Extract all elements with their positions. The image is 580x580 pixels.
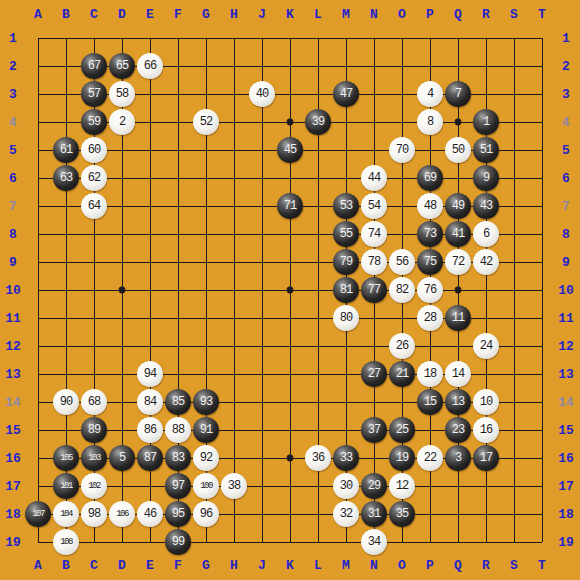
move-number: 30 (340, 480, 352, 492)
move-number: 87 (144, 452, 156, 464)
stone-black-63-B6: 63 (53, 165, 79, 191)
column-label-bottom-J: J (258, 559, 266, 572)
column-label-top-E: E (146, 8, 154, 21)
stone-white-72-Q9: 72 (445, 249, 471, 275)
move-number: 23 (452, 424, 464, 436)
move-number: 78 (368, 256, 380, 268)
move-number: 43 (480, 200, 492, 212)
stone-white-10-R14: 10 (473, 389, 499, 415)
move-number: 107 (32, 510, 44, 519)
move-number: 2 (119, 116, 125, 128)
move-number: 38 (228, 480, 240, 492)
move-number: 24 (480, 340, 492, 352)
stone-black-71-K7: 71 (277, 193, 303, 219)
move-number: 102 (88, 482, 100, 491)
column-label-bottom-R: R (482, 559, 490, 572)
row-label-left-4: 4 (9, 116, 17, 129)
column-label-top-T: T (538, 8, 546, 21)
stone-black-25-O15: 25 (389, 417, 415, 443)
move-number: 10 (480, 396, 492, 408)
row-label-left-7: 7 (9, 200, 17, 213)
stone-black-69-P6: 69 (417, 165, 443, 191)
stone-black-39-L4: 39 (305, 109, 331, 135)
move-number: 18 (424, 368, 436, 380)
move-number: 17 (480, 452, 492, 464)
stone-black-21-O13: 21 (389, 361, 415, 387)
column-label-bottom-O: O (398, 559, 406, 572)
stone-black-35-O18: 35 (389, 501, 415, 527)
stone-black-43-R7: 43 (473, 193, 499, 219)
move-number: 40 (256, 88, 268, 100)
stone-white-24-R12: 24 (473, 333, 499, 359)
move-number: 37 (368, 424, 380, 436)
column-label-bottom-M: M (342, 559, 350, 572)
stone-white-88-F15: 88 (165, 417, 191, 443)
stone-white-48-P7: 48 (417, 193, 443, 219)
move-number: 34 (368, 536, 380, 548)
stone-black-17-R16: 17 (473, 445, 499, 471)
move-number: 75 (424, 256, 436, 268)
column-label-bottom-Q: Q (454, 559, 462, 572)
move-number: 8 (427, 116, 433, 128)
stone-white-68-C14: 68 (81, 389, 107, 415)
stone-black-79-M9: 79 (333, 249, 359, 275)
stone-white-54-N7: 54 (361, 193, 387, 219)
stone-white-74-N8: 74 (361, 221, 387, 247)
move-number: 41 (452, 228, 464, 240)
move-number: 108 (60, 538, 72, 547)
move-number: 44 (368, 172, 380, 184)
stone-white-108-B19: 108 (53, 529, 79, 555)
row-label-left-8: 8 (9, 228, 17, 241)
stone-black-57-C3: 57 (81, 81, 107, 107)
move-number: 99 (172, 536, 184, 548)
move-number: 21 (396, 368, 408, 380)
stone-black-91-G15: 91 (193, 417, 219, 443)
stone-white-94-E13: 94 (137, 361, 163, 387)
row-label-right-19: 19 (558, 536, 574, 549)
column-label-bottom-G: G (202, 559, 210, 572)
move-number: 70 (396, 144, 408, 156)
stone-white-106-D18: 106 (109, 501, 135, 527)
move-number: 91 (200, 424, 212, 436)
move-number: 13 (452, 396, 464, 408)
move-number: 14 (452, 368, 464, 380)
stone-black-29-N17: 29 (361, 473, 387, 499)
stone-white-52-G4: 52 (193, 109, 219, 135)
stone-white-56-O9: 56 (389, 249, 415, 275)
move-number: 61 (60, 144, 72, 156)
stone-black-11-Q11: 11 (445, 305, 471, 331)
move-number: 32 (340, 508, 352, 520)
move-number: 48 (424, 200, 436, 212)
row-label-left-11: 11 (5, 312, 21, 325)
column-label-bottom-S: S (510, 559, 518, 572)
row-label-right-16: 16 (558, 452, 574, 465)
move-number: 59 (88, 116, 100, 128)
move-number: 49 (452, 200, 464, 212)
move-number: 71 (284, 200, 296, 212)
move-number: 73 (424, 228, 436, 240)
column-label-bottom-H: H (230, 559, 238, 572)
column-label-top-B: B (62, 8, 70, 21)
stone-white-102-C17: 102 (81, 473, 107, 499)
row-label-right-17: 17 (558, 480, 574, 493)
move-number: 88 (172, 424, 184, 436)
stone-black-89-C15: 89 (81, 417, 107, 443)
stone-white-36-L16: 36 (305, 445, 331, 471)
stone-black-9-R6: 9 (473, 165, 499, 191)
move-number: 100 (200, 482, 212, 491)
column-label-bottom-K: K (286, 559, 294, 572)
row-label-right-13: 13 (558, 368, 574, 381)
move-number: 25 (396, 424, 408, 436)
column-label-bottom-B: B (62, 559, 70, 572)
column-label-top-O: O (398, 8, 406, 21)
stone-white-104-B18: 104 (53, 501, 79, 527)
column-label-bottom-E: E (146, 559, 154, 572)
column-label-bottom-L: L (314, 559, 322, 572)
row-label-right-5: 5 (562, 144, 570, 157)
move-number: 83 (172, 452, 184, 464)
stone-white-66-E2: 66 (137, 53, 163, 79)
stone-white-42-R9: 42 (473, 249, 499, 275)
column-label-top-F: F (174, 8, 182, 21)
move-number: 64 (88, 200, 100, 212)
move-number: 80 (340, 312, 352, 324)
stone-white-92-G16: 92 (193, 445, 219, 471)
move-number: 9 (483, 172, 489, 184)
row-label-right-6: 6 (562, 172, 570, 185)
move-number: 105 (60, 454, 72, 463)
column-label-top-M: M (342, 8, 350, 21)
row-label-right-18: 18 (558, 508, 574, 521)
stone-black-3-Q16: 3 (445, 445, 471, 471)
move-number: 15 (424, 396, 436, 408)
stone-white-30-M17: 30 (333, 473, 359, 499)
move-number: 55 (340, 228, 352, 240)
column-label-top-A: A (34, 8, 42, 21)
stone-black-41-Q8: 41 (445, 221, 471, 247)
stone-white-6-R8: 6 (473, 221, 499, 247)
move-number: 5 (119, 452, 125, 464)
move-number: 33 (340, 452, 352, 464)
move-number: 46 (144, 508, 156, 520)
stone-black-1-R4: 1 (473, 109, 499, 135)
stone-black-31-N18: 31 (361, 501, 387, 527)
stone-white-16-R15: 16 (473, 417, 499, 443)
column-label-top-P: P (426, 8, 434, 21)
move-number: 47 (340, 88, 352, 100)
move-number: 65 (116, 60, 128, 72)
row-label-right-2: 2 (562, 60, 570, 73)
column-label-top-R: R (482, 8, 490, 21)
move-number: 27 (368, 368, 380, 380)
stone-black-101-B17: 101 (53, 473, 79, 499)
stone-white-90-B14: 90 (53, 389, 79, 415)
stone-white-22-P16: 22 (417, 445, 443, 471)
stone-white-2-D4: 2 (109, 109, 135, 135)
row-label-right-9: 9 (562, 256, 570, 269)
stone-white-96-G18: 96 (193, 501, 219, 527)
stone-white-38-H17: 38 (221, 473, 247, 499)
stone-black-47-M3: 47 (333, 81, 359, 107)
move-number: 74 (368, 228, 380, 240)
move-number: 12 (396, 480, 408, 492)
move-number: 103 (88, 454, 100, 463)
move-number: 86 (144, 424, 156, 436)
row-label-right-11: 11 (558, 312, 574, 325)
move-number: 29 (368, 480, 380, 492)
go-board-diagram: 1234567891011121314151617181921222324252… (0, 0, 580, 580)
stone-black-77-N10: 77 (361, 277, 387, 303)
stone-black-85-F14: 85 (165, 389, 191, 415)
move-number: 62 (88, 172, 100, 184)
move-number: 16 (480, 424, 492, 436)
stone-black-93-G14: 93 (193, 389, 219, 415)
move-number: 45 (284, 144, 296, 156)
stone-white-58-D3: 58 (109, 81, 135, 107)
stone-white-50-Q5: 50 (445, 137, 471, 163)
stone-black-23-Q15: 23 (445, 417, 471, 443)
board-surface[interactable]: 1234567891011121314151617181921222324252… (24, 24, 556, 556)
stone-black-51-R5: 51 (473, 137, 499, 163)
stone-white-98-C18: 98 (81, 501, 107, 527)
move-number: 42 (480, 256, 492, 268)
column-label-bottom-A: A (34, 559, 42, 572)
stone-black-45-K5: 45 (277, 137, 303, 163)
move-number: 19 (396, 452, 408, 464)
column-label-top-C: C (90, 8, 98, 21)
row-label-left-6: 6 (9, 172, 17, 185)
move-number: 97 (172, 480, 184, 492)
stone-white-82-O10: 82 (389, 277, 415, 303)
column-label-bottom-F: F (174, 559, 182, 572)
row-label-left-5: 5 (9, 144, 17, 157)
move-number: 3 (455, 452, 461, 464)
stone-black-13-Q14: 13 (445, 389, 471, 415)
stone-black-15-P14: 15 (417, 389, 443, 415)
stone-black-53-M7: 53 (333, 193, 359, 219)
column-label-bottom-T: T (538, 559, 546, 572)
move-number: 58 (116, 88, 128, 100)
row-label-right-10: 10 (558, 284, 574, 297)
stone-black-19-O16: 19 (389, 445, 415, 471)
row-label-left-3: 3 (9, 88, 17, 101)
column-label-top-H: H (230, 8, 238, 21)
stone-black-99-F19: 99 (165, 529, 191, 555)
row-label-right-7: 7 (562, 200, 570, 213)
stone-black-73-P8: 73 (417, 221, 443, 247)
column-label-top-K: K (286, 8, 294, 21)
move-number: 28 (424, 312, 436, 324)
move-number: 11 (452, 312, 464, 324)
stone-white-40-J3: 40 (249, 81, 275, 107)
move-number: 53 (340, 200, 352, 212)
stone-white-84-E14: 84 (137, 389, 163, 415)
move-number: 63 (60, 172, 72, 184)
column-label-top-S: S (510, 8, 518, 21)
row-label-right-15: 15 (558, 424, 574, 437)
stone-black-27-N13: 27 (361, 361, 387, 387)
move-number: 60 (88, 144, 100, 156)
column-label-bottom-P: P (426, 559, 434, 572)
stone-black-49-Q7: 49 (445, 193, 471, 219)
column-label-top-J: J (258, 8, 266, 21)
stone-white-18-P13: 18 (417, 361, 443, 387)
row-label-left-1: 1 (9, 32, 17, 45)
move-number: 4 (427, 88, 433, 100)
move-number: 69 (424, 172, 436, 184)
move-number: 76 (424, 284, 436, 296)
move-number: 36 (312, 452, 324, 464)
move-number: 89 (88, 424, 100, 436)
move-number: 1 (483, 116, 489, 128)
move-number: 6 (483, 228, 489, 240)
stone-white-12-O17: 12 (389, 473, 415, 499)
move-number: 57 (88, 88, 100, 100)
column-label-top-G: G (202, 8, 210, 21)
row-label-left-19: 19 (5, 536, 21, 549)
move-number: 85 (172, 396, 184, 408)
stone-white-76-P10: 76 (417, 277, 443, 303)
column-label-bottom-C: C (90, 559, 98, 572)
row-label-right-14: 14 (558, 396, 574, 409)
move-number: 67 (88, 60, 100, 72)
move-number: 35 (396, 508, 408, 520)
stone-white-32-M18: 32 (333, 501, 359, 527)
stone-black-67-C2: 67 (81, 53, 107, 79)
move-number: 82 (396, 284, 408, 296)
move-number: 31 (368, 508, 380, 520)
stone-black-105-B16: 105 (53, 445, 79, 471)
move-number: 106 (116, 510, 128, 519)
stone-white-62-C6: 62 (81, 165, 107, 191)
move-number: 26 (396, 340, 408, 352)
move-number: 66 (144, 60, 156, 72)
stone-white-4-P3: 4 (417, 81, 443, 107)
row-label-left-9: 9 (9, 256, 17, 269)
move-number: 92 (200, 452, 212, 464)
move-number: 52 (200, 116, 212, 128)
stone-black-55-M8: 55 (333, 221, 359, 247)
stone-white-26-O12: 26 (389, 333, 415, 359)
stone-black-107-A18: 107 (25, 501, 51, 527)
stone-white-28-P11: 28 (417, 305, 443, 331)
stone-black-87-E16: 87 (137, 445, 163, 471)
row-label-left-14: 14 (5, 396, 21, 409)
stone-white-8-P4: 8 (417, 109, 443, 135)
move-number: 93 (200, 396, 212, 408)
stone-white-60-C5: 60 (81, 137, 107, 163)
stone-white-70-O5: 70 (389, 137, 415, 163)
move-number: 94 (144, 368, 156, 380)
stone-black-37-N15: 37 (361, 417, 387, 443)
move-number: 77 (368, 284, 380, 296)
stone-white-34-N19: 34 (361, 529, 387, 555)
stone-white-14-Q13: 14 (445, 361, 471, 387)
row-label-right-3: 3 (562, 88, 570, 101)
move-number: 84 (144, 396, 156, 408)
stone-white-44-N6: 44 (361, 165, 387, 191)
row-label-right-12: 12 (558, 340, 574, 353)
row-label-left-10: 10 (5, 284, 21, 297)
column-label-top-L: L (314, 8, 322, 21)
move-number: 7 (455, 88, 461, 100)
column-label-top-D: D (118, 8, 126, 21)
stone-white-46-E18: 46 (137, 501, 163, 527)
column-label-bottom-N: N (370, 559, 378, 572)
stone-black-33-M16: 33 (333, 445, 359, 471)
column-label-top-N: N (370, 8, 378, 21)
move-number: 50 (452, 144, 464, 156)
row-label-left-16: 16 (5, 452, 21, 465)
stone-black-61-B5: 61 (53, 137, 79, 163)
move-number: 56 (396, 256, 408, 268)
column-label-bottom-D: D (118, 559, 126, 572)
row-label-right-1: 1 (562, 32, 570, 45)
stone-white-78-N9: 78 (361, 249, 387, 275)
move-number: 54 (368, 200, 380, 212)
move-number: 81 (340, 284, 352, 296)
move-number: 101 (60, 482, 72, 491)
stone-black-81-M10: 81 (333, 277, 359, 303)
row-label-left-13: 13 (5, 368, 21, 381)
stone-white-100-G17: 100 (193, 473, 219, 499)
row-label-left-12: 12 (5, 340, 21, 353)
move-number: 51 (480, 144, 492, 156)
move-number: 95 (172, 508, 184, 520)
row-label-left-17: 17 (5, 480, 21, 493)
stone-black-7-Q3: 7 (445, 81, 471, 107)
stone-black-5-D16: 5 (109, 445, 135, 471)
move-number: 90 (60, 396, 72, 408)
row-label-left-15: 15 (5, 424, 21, 437)
stone-black-75-P9: 75 (417, 249, 443, 275)
stone-black-59-C4: 59 (81, 109, 107, 135)
row-label-left-18: 18 (5, 508, 21, 521)
move-number: 68 (88, 396, 100, 408)
move-number: 96 (200, 508, 212, 520)
move-number: 72 (452, 256, 464, 268)
stone-black-103-C16: 103 (81, 445, 107, 471)
move-number: 104 (60, 510, 72, 519)
stone-black-97-F17: 97 (165, 473, 191, 499)
stone-white-86-E15: 86 (137, 417, 163, 443)
move-number: 98 (88, 508, 100, 520)
row-label-right-8: 8 (562, 228, 570, 241)
row-label-left-2: 2 (9, 60, 17, 73)
stone-black-65-D2: 65 (109, 53, 135, 79)
move-number: 22 (424, 452, 436, 464)
move-number: 79 (340, 256, 352, 268)
move-number: 39 (312, 116, 324, 128)
stone-white-80-M11: 80 (333, 305, 359, 331)
stone-white-64-C7: 64 (81, 193, 107, 219)
row-label-right-4: 4 (562, 116, 570, 129)
column-label-top-Q: Q (454, 8, 462, 21)
stone-black-83-F16: 83 (165, 445, 191, 471)
stone-black-95-F18: 95 (165, 501, 191, 527)
